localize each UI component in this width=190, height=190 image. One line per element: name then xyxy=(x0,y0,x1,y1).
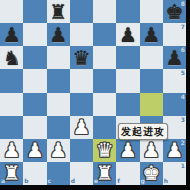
square-a5[interactable] xyxy=(0,69,23,92)
square-d5[interactable] xyxy=(70,69,93,92)
piece-white-pawn[interactable]: ♟ xyxy=(116,139,139,162)
square-f2[interactable]: ♟ xyxy=(116,139,139,162)
piece-white-rook[interactable]: ♜ xyxy=(93,162,116,185)
square-a6[interactable]: ♞ xyxy=(0,46,23,69)
square-a7[interactable]: ♟ xyxy=(0,23,23,46)
square-e7[interactable] xyxy=(93,23,116,46)
square-g2[interactable]: ♟ xyxy=(140,139,163,162)
square-d8[interactable] xyxy=(70,0,93,23)
piece-white-queen[interactable]: ♛ xyxy=(93,139,116,162)
square-b2[interactable]: ♟ xyxy=(23,139,46,162)
square-g6[interactable] xyxy=(140,46,163,69)
annotation-bubble: 发起进攻 xyxy=(118,123,168,140)
square-h8[interactable]: ♚8 xyxy=(163,0,186,23)
square-d6[interactable]: ♛ xyxy=(70,46,93,69)
annotation-text: 发起进攻 xyxy=(121,125,165,139)
square-d4[interactable] xyxy=(70,93,93,116)
square-c1[interactable]: c xyxy=(47,162,70,185)
piece-white-pawn[interactable]: ♟ xyxy=(163,139,186,162)
square-h4[interactable]: 4 xyxy=(163,93,186,116)
file-label-c: c xyxy=(48,178,52,184)
piece-white-king[interactable]: ♚ xyxy=(140,162,163,185)
piece-black-pawn[interactable]: ♟ xyxy=(47,23,70,46)
piece-black-rook[interactable]: ♜ xyxy=(47,0,70,23)
square-f7[interactable]: ♟ xyxy=(116,23,139,46)
square-b5[interactable] xyxy=(23,69,46,92)
square-e8[interactable] xyxy=(93,0,116,23)
rank-label-5: 5 xyxy=(181,70,185,76)
square-f8[interactable] xyxy=(116,0,139,23)
letterbox-right xyxy=(186,0,190,190)
square-e1[interactable]: ♜e xyxy=(93,162,116,185)
piece-white-rook[interactable]: ♜ xyxy=(0,162,23,185)
square-c8[interactable]: ♜ xyxy=(47,0,70,23)
piece-white-pawn[interactable]: ♟ xyxy=(140,139,163,162)
square-c5[interactable] xyxy=(47,69,70,92)
square-d2[interactable] xyxy=(70,139,93,162)
piece-black-pawn[interactable]: ♟ xyxy=(116,23,139,46)
square-a3[interactable] xyxy=(0,116,23,139)
piece-white-pawn[interactable]: ♟ xyxy=(23,139,46,162)
square-h6[interactable]: ♟6 xyxy=(163,46,186,69)
piece-black-knight[interactable]: ♞ xyxy=(0,46,23,69)
piece-black-pawn[interactable]: ♟ xyxy=(163,46,186,69)
square-d7[interactable] xyxy=(70,23,93,46)
square-h5[interactable]: 5 xyxy=(163,69,186,92)
square-e6[interactable] xyxy=(93,46,116,69)
square-g4[interactable] xyxy=(140,93,163,116)
file-label-d: d xyxy=(71,178,75,184)
rank-label-4: 4 xyxy=(181,94,185,100)
square-g1[interactable]: ♚g xyxy=(140,162,163,185)
piece-white-pawn[interactable]: ♟ xyxy=(0,139,23,162)
square-a8[interactable] xyxy=(0,0,23,23)
piece-black-pawn[interactable]: ♟ xyxy=(140,23,163,46)
square-g5[interactable] xyxy=(140,69,163,92)
square-g8[interactable] xyxy=(140,0,163,23)
square-b3[interactable] xyxy=(23,116,46,139)
square-b8[interactable] xyxy=(23,0,46,23)
square-a2[interactable]: ♟ xyxy=(0,139,23,162)
square-e2[interactable]: ♛ xyxy=(93,139,116,162)
square-d1[interactable]: d xyxy=(70,162,93,185)
square-h1[interactable]: h1 xyxy=(163,162,186,185)
square-c3[interactable] xyxy=(47,116,70,139)
square-e4[interactable] xyxy=(93,93,116,116)
rank-label-3: 3 xyxy=(181,117,185,123)
square-b4[interactable] xyxy=(23,93,46,116)
square-h2[interactable]: ♟2 xyxy=(163,139,186,162)
square-a1[interactable]: ♜a xyxy=(0,162,23,185)
piece-white-pawn[interactable]: ♟ xyxy=(70,116,93,139)
square-c2[interactable]: ♟ xyxy=(47,139,70,162)
square-e3[interactable] xyxy=(93,116,116,139)
letterbox-bottom xyxy=(0,185,190,190)
rank-label-1: 1 xyxy=(181,163,185,169)
square-a4[interactable] xyxy=(0,93,23,116)
square-h7[interactable]: 7 xyxy=(163,23,186,46)
square-e5[interactable] xyxy=(93,69,116,92)
file-label-b: b xyxy=(24,178,28,184)
square-b6[interactable] xyxy=(23,46,46,69)
file-label-f: f xyxy=(117,178,120,184)
piece-black-pawn[interactable]: ♟ xyxy=(0,23,23,46)
square-b7[interactable] xyxy=(23,23,46,46)
square-g7[interactable]: ♟ xyxy=(140,23,163,46)
board-background: ♜♚8♟♟♟♟7♞♛♟654♟3♟♟♟♛♟♟♟2♜abcd♜ef♚gh1 发起进… xyxy=(0,0,190,190)
square-f4[interactable] xyxy=(116,93,139,116)
square-c4[interactable] xyxy=(47,93,70,116)
square-f6[interactable] xyxy=(116,46,139,69)
square-c6[interactable] xyxy=(47,46,70,69)
rank-label-7: 7 xyxy=(181,24,185,30)
piece-white-pawn[interactable]: ♟ xyxy=(47,139,70,162)
chess-board: ♜♚8♟♟♟♟7♞♛♟654♟3♟♟♟♛♟♟♟2♜abcd♜ef♚gh1 xyxy=(0,0,186,185)
piece-black-queen[interactable]: ♛ xyxy=(70,46,93,69)
square-b1[interactable]: b xyxy=(23,162,46,185)
file-label-h: h xyxy=(164,178,168,184)
piece-black-king[interactable]: ♚ xyxy=(163,0,186,23)
square-f1[interactable]: f xyxy=(116,162,139,185)
square-f5[interactable] xyxy=(116,69,139,92)
square-c7[interactable]: ♟ xyxy=(47,23,70,46)
square-d3[interactable]: ♟ xyxy=(70,116,93,139)
